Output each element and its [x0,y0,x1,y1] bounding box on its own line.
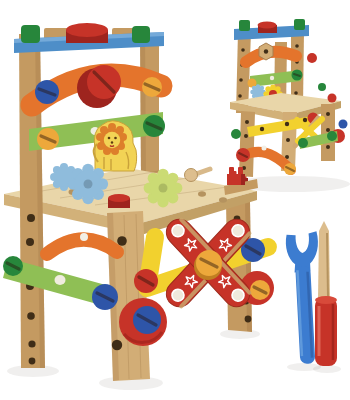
screwdriver-shaft [318,221,330,299]
lower-orange-arch [47,239,117,254]
toy-screwdriver [315,221,337,366]
wooden-peg [185,169,211,182]
green-cap-nut-right [132,26,150,43]
main-chair [3,23,274,381]
red-nut-on-seat [108,194,130,208]
green-screw-lower [3,256,23,276]
green-screw [143,115,165,137]
rear-chair [224,19,348,195]
rear-red-bolt [307,53,317,63]
red-cap-nut-top [66,23,108,43]
blue-screw-lower [92,284,118,310]
yellow-screw [37,128,59,150]
blue-screw [35,80,59,104]
orange-screw [142,77,162,97]
toy-chair-scene: Product photo on white: children's woode… [0,0,350,400]
chair-back-post-right [140,34,159,180]
green-cap-nut-left [21,25,40,43]
screwdriver-handle [315,296,337,366]
red-screw-on-yellow [134,269,158,293]
product-photo: Product photo on white: children's woode… [0,0,350,400]
red-disc-blue-screw [119,298,167,346]
